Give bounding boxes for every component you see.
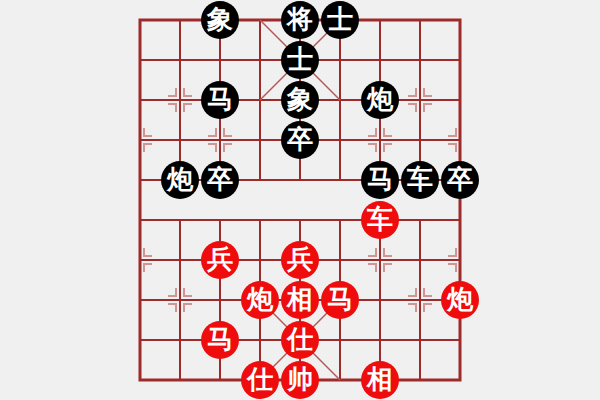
piece-red-chariot[interactable]: 车 (361, 201, 399, 239)
piece-glyph: 象 (287, 86, 313, 112)
piece-black-elephant[interactable]: 象 (281, 81, 319, 119)
piece-glyph: 帅 (287, 366, 313, 392)
piece-black-soldier[interactable]: 卒 (441, 161, 479, 199)
piece-red-cannon[interactable]: 炮 (441, 281, 479, 319)
piece-glyph: 相 (287, 286, 313, 312)
piece-red-cannon[interactable]: 炮 (241, 281, 279, 319)
piece-glyph: 炮 (247, 286, 273, 312)
piece-glyph: 将 (287, 6, 313, 32)
piece-glyph: 炮 (367, 86, 393, 112)
piece-black-cannon[interactable]: 炮 (161, 161, 199, 199)
piece-red-horse[interactable]: 马 (321, 281, 359, 319)
piece-glyph: 车 (367, 206, 393, 232)
piece-glyph: 卒 (447, 166, 473, 192)
piece-black-horse[interactable]: 马 (201, 81, 239, 119)
piece-glyph: 马 (207, 86, 233, 112)
piece-black-horse[interactable]: 马 (361, 161, 399, 199)
piece-black-chariot[interactable]: 车 (401, 161, 439, 199)
piece-glyph: 象 (207, 6, 233, 32)
piece-black-soldier[interactable]: 卒 (281, 121, 319, 159)
piece-black-soldier[interactable]: 卒 (201, 161, 239, 199)
piece-glyph: 马 (367, 166, 393, 192)
piece-black-advisor[interactable]: 士 (321, 1, 359, 39)
piece-black-elephant[interactable]: 象 (201, 1, 239, 39)
piece-glyph: 炮 (447, 286, 473, 312)
piece-glyph: 士 (327, 6, 353, 32)
piece-red-general[interactable]: 帅 (281, 361, 319, 399)
piece-glyph: 卒 (207, 166, 233, 192)
piece-glyph: 车 (407, 166, 433, 192)
piece-glyph: 相 (367, 366, 393, 392)
piece-black-general[interactable]: 将 (281, 1, 319, 39)
xiangqi-board: 象将士士马象炮卒炮卒马车卒车兵兵炮相马炮马仕仕帅相 (0, 0, 600, 400)
piece-red-soldier[interactable]: 兵 (281, 241, 319, 279)
piece-glyph: 卒 (287, 126, 313, 152)
piece-glyph: 仕 (247, 366, 273, 392)
piece-glyph: 马 (327, 286, 353, 312)
board-grid[interactable]: 象将士士马象炮卒炮卒马车卒车兵兵炮相马炮马仕仕帅相 (120, 0, 480, 400)
piece-red-horse[interactable]: 马 (201, 321, 239, 359)
piece-glyph: 仕 (287, 326, 313, 352)
piece-glyph: 炮 (167, 166, 193, 192)
piece-red-advisor[interactable]: 仕 (241, 361, 279, 399)
piece-glyph: 马 (207, 326, 233, 352)
piece-black-advisor[interactable]: 士 (281, 41, 319, 79)
piece-red-elephant[interactable]: 相 (361, 361, 399, 399)
piece-red-soldier[interactable]: 兵 (201, 241, 239, 279)
piece-glyph: 兵 (287, 246, 313, 272)
piece-red-advisor[interactable]: 仕 (281, 321, 319, 359)
piece-red-elephant[interactable]: 相 (281, 281, 319, 319)
piece-glyph: 士 (287, 46, 313, 72)
piece-black-cannon[interactable]: 炮 (361, 81, 399, 119)
piece-glyph: 兵 (207, 246, 233, 272)
